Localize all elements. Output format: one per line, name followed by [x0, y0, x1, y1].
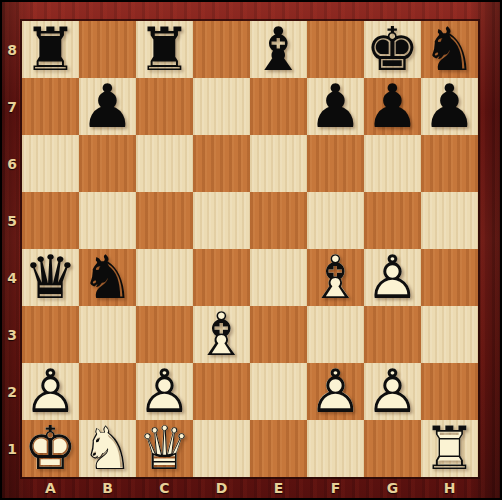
square-a1[interactable]: ♚♔: [22, 420, 79, 477]
square-h4[interactable]: [421, 249, 478, 306]
square-a7[interactable]: [22, 78, 79, 135]
square-d7[interactable]: [193, 78, 250, 135]
square-g8[interactable]: ♚: [364, 21, 421, 78]
piece-black-knight: ♞: [421, 21, 478, 78]
square-b7[interactable]: ♟: [79, 78, 136, 135]
rank-label-6: 6: [2, 135, 22, 192]
square-g4[interactable]: ♟♙: [364, 249, 421, 306]
rank-label-8: 8: [2, 21, 22, 78]
rank-label-3: 3: [2, 306, 22, 363]
piece-white-king: ♚♔: [22, 420, 79, 477]
square-d1[interactable]: [193, 420, 250, 477]
square-b4[interactable]: ♞: [79, 249, 136, 306]
square-b2[interactable]: [79, 363, 136, 420]
square-g5[interactable]: [364, 192, 421, 249]
file-label-g: G: [364, 477, 421, 498]
file-label-c: C: [136, 477, 193, 498]
board: ♜♜♝♚♞♟♟♟♟♛♞♝♗♟♙♝♗♟♙♟♙♟♙♟♙♚♔♞♘♛♕♜♖: [22, 21, 478, 477]
rank-label-2: 2: [2, 363, 22, 420]
file-label-f: F: [307, 477, 364, 498]
file-label-a: A: [22, 477, 79, 498]
square-c2[interactable]: ♟♙: [136, 363, 193, 420]
rank-label-5: 5: [2, 192, 22, 249]
piece-white-pawn: ♟♙: [364, 363, 421, 420]
piece-white-pawn: ♟♙: [22, 363, 79, 420]
piece-white-pawn: ♟♙: [307, 363, 364, 420]
square-f5[interactable]: [307, 192, 364, 249]
piece-black-pawn: ♟: [307, 78, 364, 135]
square-d4[interactable]: [193, 249, 250, 306]
square-f1[interactable]: [307, 420, 364, 477]
square-h2[interactable]: [421, 363, 478, 420]
square-f3[interactable]: [307, 306, 364, 363]
square-e5[interactable]: [250, 192, 307, 249]
square-b3[interactable]: [79, 306, 136, 363]
piece-black-knight: ♞: [79, 249, 136, 306]
file-label-d: D: [193, 477, 250, 498]
rank-label-1: 1: [2, 420, 22, 477]
square-b8[interactable]: [79, 21, 136, 78]
piece-black-queen: ♛: [22, 249, 79, 306]
rank-labels: 87654321: [2, 21, 22, 477]
piece-white-pawn: ♟♙: [136, 363, 193, 420]
square-c6[interactable]: [136, 135, 193, 192]
square-c4[interactable]: [136, 249, 193, 306]
square-e6[interactable]: [250, 135, 307, 192]
chess-board-frame: 87654321 ♜♜♝♚♞♟♟♟♟♛♞♝♗♟♙♝♗♟♙♟♙♟♙♟♙♚♔♞♘♛♕…: [0, 0, 502, 500]
piece-white-bishop: ♝♗: [193, 306, 250, 363]
piece-black-pawn: ♟: [79, 78, 136, 135]
square-h5[interactable]: [421, 192, 478, 249]
square-c5[interactable]: [136, 192, 193, 249]
rank-label-4: 4: [2, 249, 22, 306]
square-h6[interactable]: [421, 135, 478, 192]
square-b5[interactable]: [79, 192, 136, 249]
square-f7[interactable]: ♟: [307, 78, 364, 135]
square-e8[interactable]: ♝: [250, 21, 307, 78]
square-h8[interactable]: ♞: [421, 21, 478, 78]
square-c1[interactable]: ♛♕: [136, 420, 193, 477]
square-h1[interactable]: ♜♖: [421, 420, 478, 477]
square-d8[interactable]: [193, 21, 250, 78]
square-f6[interactable]: [307, 135, 364, 192]
square-e1[interactable]: [250, 420, 307, 477]
square-d3[interactable]: ♝♗: [193, 306, 250, 363]
piece-black-rook: ♜: [22, 21, 79, 78]
square-f2[interactable]: ♟♙: [307, 363, 364, 420]
square-e3[interactable]: [250, 306, 307, 363]
piece-black-rook: ♜: [136, 21, 193, 78]
piece-black-pawn: ♟: [421, 78, 478, 135]
piece-white-rook: ♜♖: [421, 420, 478, 477]
square-a6[interactable]: [22, 135, 79, 192]
square-e2[interactable]: [250, 363, 307, 420]
square-e4[interactable]: [250, 249, 307, 306]
piece-white-bishop: ♝♗: [307, 249, 364, 306]
square-b6[interactable]: [79, 135, 136, 192]
file-label-b: B: [79, 477, 136, 498]
square-g3[interactable]: [364, 306, 421, 363]
file-label-e: E: [250, 477, 307, 498]
square-d2[interactable]: [193, 363, 250, 420]
square-c3[interactable]: [136, 306, 193, 363]
square-a5[interactable]: [22, 192, 79, 249]
square-c8[interactable]: ♜: [136, 21, 193, 78]
square-a2[interactable]: ♟♙: [22, 363, 79, 420]
piece-white-pawn: ♟♙: [364, 249, 421, 306]
square-g1[interactable]: [364, 420, 421, 477]
square-g6[interactable]: [364, 135, 421, 192]
piece-white-knight: ♞♘: [79, 420, 136, 477]
square-a3[interactable]: [22, 306, 79, 363]
file-labels: ABCDEFGH: [22, 477, 478, 498]
square-d5[interactable]: [193, 192, 250, 249]
square-a8[interactable]: ♜: [22, 21, 79, 78]
piece-white-queen: ♛♕: [136, 420, 193, 477]
file-label-h: H: [421, 477, 478, 498]
square-b1[interactable]: ♞♘: [79, 420, 136, 477]
piece-black-king: ♚: [364, 21, 421, 78]
square-e7[interactable]: [250, 78, 307, 135]
piece-black-pawn: ♟: [364, 78, 421, 135]
square-f8[interactable]: [307, 21, 364, 78]
square-a4[interactable]: ♛: [22, 249, 79, 306]
square-g7[interactable]: ♟: [364, 78, 421, 135]
rank-label-7: 7: [2, 78, 22, 135]
square-c7[interactable]: [136, 78, 193, 135]
square-g2[interactable]: ♟♙: [364, 363, 421, 420]
square-d6[interactable]: [193, 135, 250, 192]
square-h7[interactable]: ♟: [421, 78, 478, 135]
piece-black-bishop: ♝: [250, 21, 307, 78]
square-h3[interactable]: [421, 306, 478, 363]
square-f4[interactable]: ♝♗: [307, 249, 364, 306]
